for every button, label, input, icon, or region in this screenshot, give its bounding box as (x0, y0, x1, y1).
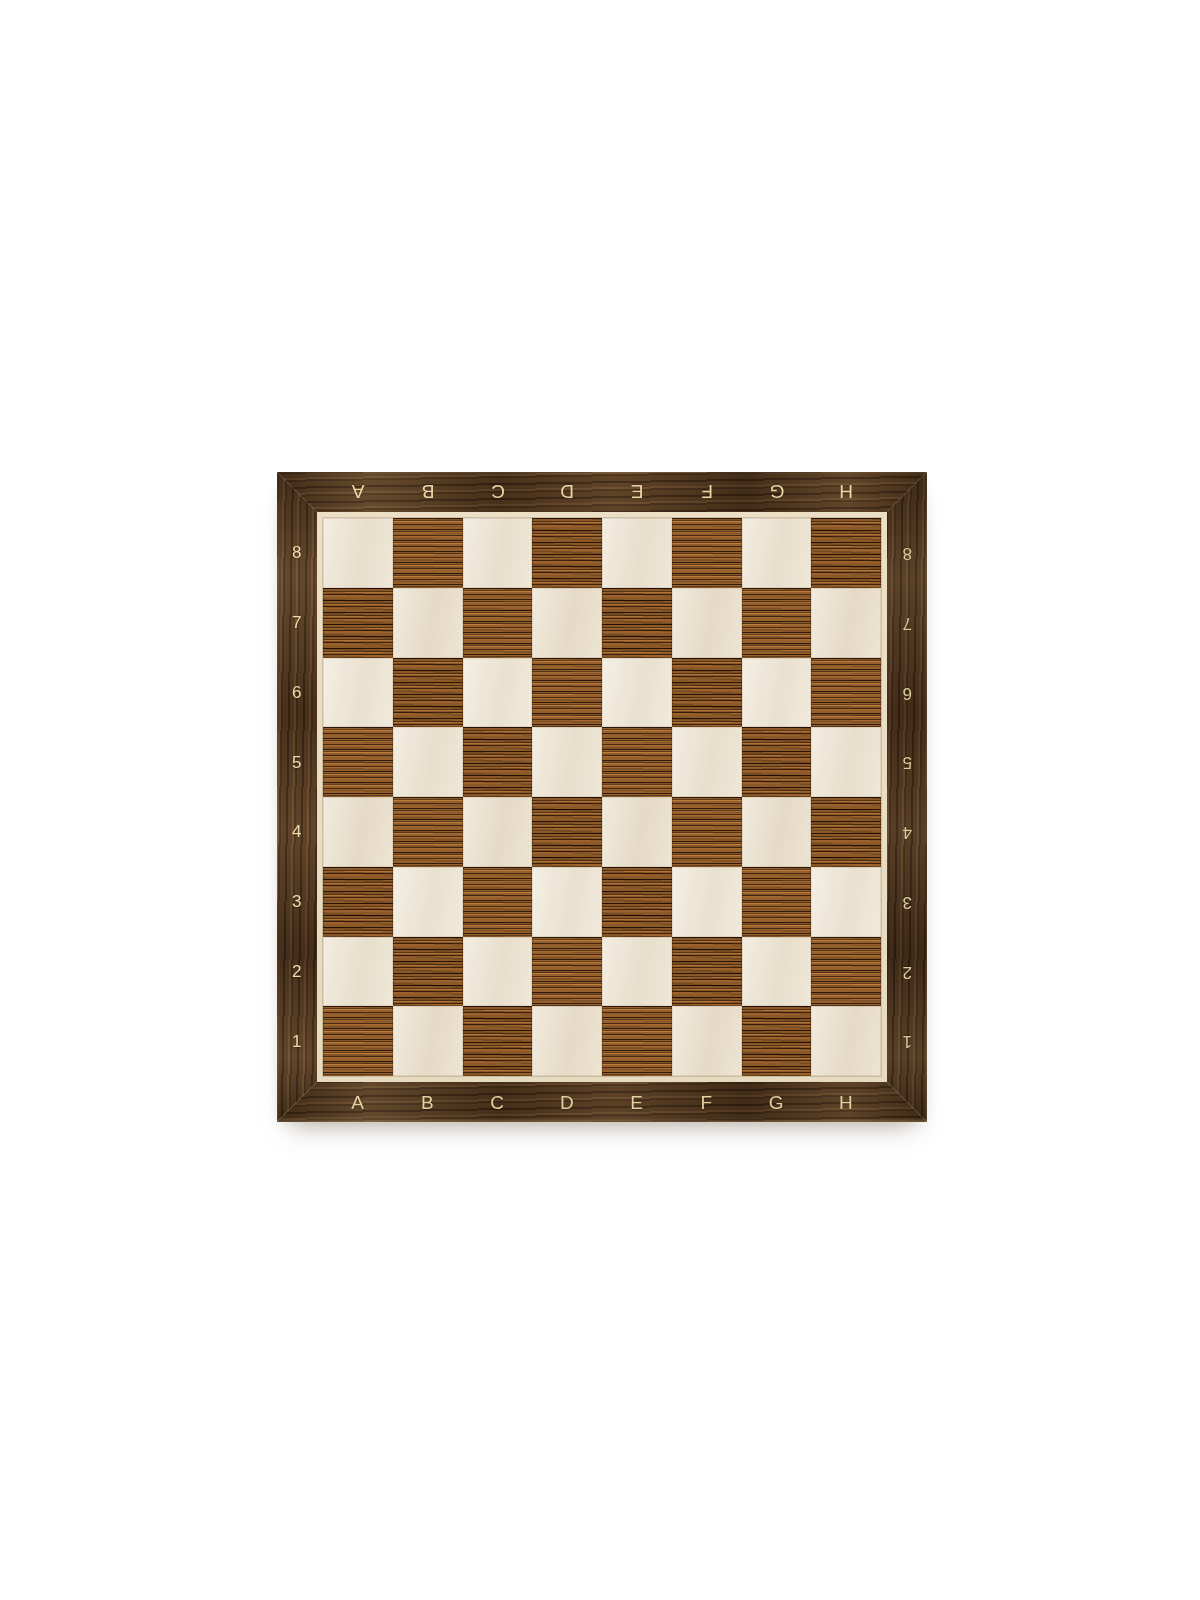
square-g4 (742, 797, 812, 867)
file-label-top-b: B (393, 472, 463, 512)
square-c3 (463, 867, 533, 937)
square-b7 (393, 588, 463, 658)
square-f5 (672, 727, 742, 797)
square-d6 (532, 658, 602, 728)
square-d3 (532, 867, 602, 937)
board-border-bottom: ABCDEFGH (277, 1082, 927, 1122)
chessboard: ABCDEFGH ABCDEFGH 87654321 87654321 (277, 472, 927, 1122)
square-e6 (602, 658, 672, 728)
rank-label-right-5: 5 (887, 727, 927, 797)
square-b8 (393, 518, 463, 588)
square-d8 (532, 518, 602, 588)
square-b5 (393, 727, 463, 797)
file-label-top-f: F (672, 472, 742, 512)
rank-label-right-7: 7 (887, 588, 927, 658)
file-label-bottom-h: H (811, 1082, 881, 1122)
square-b3 (393, 867, 463, 937)
file-label-bottom-f: F (672, 1082, 742, 1122)
square-h1 (811, 1006, 881, 1076)
rank-labels-right: 87654321 (887, 518, 927, 1076)
square-e5 (602, 727, 672, 797)
rank-label-right-1: 1 (887, 1006, 927, 1076)
square-e8 (602, 518, 672, 588)
square-g3 (742, 867, 812, 937)
square-h5 (811, 727, 881, 797)
square-c2 (463, 937, 533, 1007)
square-b4 (393, 797, 463, 867)
file-label-top-d: D (532, 472, 602, 512)
square-e2 (602, 937, 672, 1007)
file-label-top-a: A (323, 472, 393, 512)
rank-label-left-7: 7 (277, 588, 317, 658)
board-border-left: 87654321 (277, 472, 317, 1122)
file-label-top-h: H (811, 472, 881, 512)
square-f2 (672, 937, 742, 1007)
rank-label-left-2: 2 (277, 937, 317, 1007)
square-d7 (532, 588, 602, 658)
rank-label-right-2: 2 (887, 937, 927, 1007)
square-a1 (323, 1006, 393, 1076)
square-a2 (323, 937, 393, 1007)
square-b2 (393, 937, 463, 1007)
rank-label-right-4: 4 (887, 797, 927, 867)
square-d4 (532, 797, 602, 867)
file-label-bottom-b: B (393, 1082, 463, 1122)
rank-labels-left: 87654321 (277, 518, 317, 1076)
square-g6 (742, 658, 812, 728)
square-a6 (323, 658, 393, 728)
square-d5 (532, 727, 602, 797)
square-f3 (672, 867, 742, 937)
rank-label-right-6: 6 (887, 658, 927, 728)
square-b1 (393, 1006, 463, 1076)
square-d1 (532, 1006, 602, 1076)
rank-label-left-8: 8 (277, 518, 317, 588)
rank-label-left-4: 4 (277, 797, 317, 867)
square-a8 (323, 518, 393, 588)
rank-label-right-8: 8 (887, 518, 927, 588)
square-b6 (393, 658, 463, 728)
square-a4 (323, 797, 393, 867)
board-border-right: 87654321 (887, 472, 927, 1122)
rank-label-left-5: 5 (277, 727, 317, 797)
square-c1 (463, 1006, 533, 1076)
square-c8 (463, 518, 533, 588)
square-g1 (742, 1006, 812, 1076)
file-label-bottom-g: G (742, 1082, 812, 1122)
square-c5 (463, 727, 533, 797)
page-background: ABCDEFGH ABCDEFGH 87654321 87654321 (0, 0, 1200, 1600)
square-c6 (463, 658, 533, 728)
square-g5 (742, 727, 812, 797)
square-d2 (532, 937, 602, 1007)
rank-label-left-1: 1 (277, 1006, 317, 1076)
square-e3 (602, 867, 672, 937)
file-label-bottom-a: A (323, 1082, 393, 1122)
square-f6 (672, 658, 742, 728)
board-grid (323, 518, 881, 1076)
square-e1 (602, 1006, 672, 1076)
square-g8 (742, 518, 812, 588)
square-h8 (811, 518, 881, 588)
square-h2 (811, 937, 881, 1007)
square-c4 (463, 797, 533, 867)
file-label-bottom-c: C (463, 1082, 533, 1122)
board-border-top: ABCDEFGH (277, 472, 927, 512)
file-label-top-e: E (602, 472, 672, 512)
square-g7 (742, 588, 812, 658)
square-h4 (811, 797, 881, 867)
square-f1 (672, 1006, 742, 1076)
file-label-bottom-e: E (602, 1082, 672, 1122)
file-label-top-g: G (742, 472, 812, 512)
rank-label-left-6: 6 (277, 658, 317, 728)
rank-label-left-3: 3 (277, 867, 317, 937)
square-h7 (811, 588, 881, 658)
square-a5 (323, 727, 393, 797)
rank-label-right-3: 3 (887, 867, 927, 937)
square-e7 (602, 588, 672, 658)
file-labels-top: ABCDEFGH (323, 472, 881, 512)
square-g2 (742, 937, 812, 1007)
square-f8 (672, 518, 742, 588)
square-h3 (811, 867, 881, 937)
square-a3 (323, 867, 393, 937)
file-label-top-c: C (463, 472, 533, 512)
square-a7 (323, 588, 393, 658)
square-c7 (463, 588, 533, 658)
file-label-bottom-d: D (532, 1082, 602, 1122)
square-f7 (672, 588, 742, 658)
square-f4 (672, 797, 742, 867)
square-e4 (602, 797, 672, 867)
file-labels-bottom: ABCDEFGH (323, 1082, 881, 1122)
square-h6 (811, 658, 881, 728)
